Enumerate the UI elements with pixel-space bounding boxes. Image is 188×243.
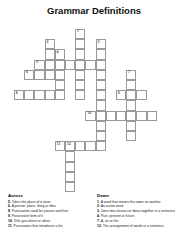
down-clue: 12. The arrangement of words in a senten… <box>97 224 185 228</box>
grid-cell[interactable] <box>126 90 136 100</box>
grid-cell[interactable] <box>55 70 65 80</box>
grid-cell[interactable] <box>75 90 85 100</box>
across-clue: 10. Tells you where or when <box>8 219 96 223</box>
grid-cell[interactable] <box>55 60 65 70</box>
grid-cell[interactable]: 4 <box>55 49 65 59</box>
across-clue: 6. A person, place, thing or idea <box>8 204 96 208</box>
down-clue-list: 1. A word that means the same as another… <box>97 200 185 228</box>
grid-cell[interactable] <box>75 49 85 59</box>
down-clue: 4. Past, present or future <box>97 214 185 218</box>
grid-cell[interactable] <box>75 80 85 90</box>
across-header: Across <box>8 193 96 199</box>
grid-cell[interactable]: 12 <box>65 141 75 151</box>
grid-cell[interactable]: 2 <box>45 39 55 49</box>
clue-list-number: 8. <box>8 209 12 213</box>
grid-cell[interactable] <box>96 121 106 131</box>
grid-cell[interactable] <box>126 100 136 110</box>
grid-cell[interactable] <box>116 111 126 121</box>
grid-cell[interactable] <box>55 90 65 100</box>
grid-cell[interactable] <box>96 60 106 70</box>
clue-number: 5 <box>36 61 38 65</box>
clue-number: 11 <box>57 143 61 147</box>
grid-cell[interactable] <box>75 60 85 70</box>
grid-cell[interactable] <box>96 80 106 90</box>
clue-list-number: 5. <box>8 200 12 204</box>
down-clue: 2. An action word <box>97 204 185 208</box>
clue-list-number: 6. <box>8 204 12 208</box>
grid-cell[interactable] <box>75 70 85 80</box>
grid-cell[interactable] <box>65 151 75 161</box>
grid-cell[interactable] <box>34 70 44 80</box>
down-clue: 7. A, an or the <box>97 219 185 223</box>
clue-number: 1 <box>77 30 79 34</box>
down-clue: 3. Joins two clauses or ideas together i… <box>97 209 185 213</box>
grid-cell[interactable] <box>65 172 75 182</box>
clue-list-number: 9. <box>8 214 12 218</box>
clue-number: 7 <box>128 71 130 75</box>
grid-cell[interactable] <box>96 49 106 59</box>
grid-cell[interactable]: 6 <box>24 70 34 80</box>
grid-cell[interactable] <box>126 80 136 90</box>
grid-cell[interactable] <box>96 100 106 110</box>
across-clue: 9. Possessive form of it <box>8 214 96 218</box>
grid-cell[interactable] <box>45 90 55 100</box>
across-clue: 5. Takes the place of a noun <box>8 200 96 204</box>
grid-cell[interactable] <box>136 111 146 121</box>
across-clue: 11. Punctuation that introduces a list <box>8 224 96 228</box>
grid-cell[interactable]: 3 <box>96 39 106 49</box>
grid-cell[interactable]: 11 <box>55 141 65 151</box>
clue-list-number: 12. <box>97 224 103 228</box>
grid-cell[interactable] <box>85 60 95 70</box>
grid-cell[interactable] <box>96 90 106 100</box>
clue-number: 12 <box>67 143 71 147</box>
grid-cell[interactable] <box>106 111 116 121</box>
grid-cell[interactable]: 9 <box>116 90 126 100</box>
grid-cell[interactable] <box>24 90 34 100</box>
crossword-page: { "title": "Grammar Definitions", "game"… <box>0 0 188 243</box>
clue-number: 2 <box>46 41 48 45</box>
clue-list-number: 11. <box>8 224 13 228</box>
clue-number: 10 <box>87 112 91 116</box>
down-clue: 1. A word that means the same as another <box>97 200 185 204</box>
grid-cell[interactable] <box>85 141 95 151</box>
grid-cell[interactable]: 5 <box>34 60 44 70</box>
grid-cell[interactable] <box>45 70 55 80</box>
across-clue: 8. Punctuation used for pauses and lists <box>8 209 96 213</box>
grid-cell[interactable] <box>126 111 136 121</box>
clue-number: 6 <box>26 71 28 75</box>
down-clues: Down 1. A word that means the same as an… <box>97 193 185 229</box>
grid-cell[interactable] <box>75 141 85 151</box>
grid-cell[interactable]: 7 <box>126 70 136 80</box>
across-clue-list: 5. Takes the place of a noun6. A person,… <box>8 200 96 228</box>
grid-cell[interactable] <box>96 70 106 80</box>
clue-list-number: 10. <box>8 219 14 223</box>
grid-cell[interactable] <box>96 141 106 151</box>
grid-cell[interactable] <box>96 111 106 121</box>
clue-number: 4 <box>57 51 59 55</box>
grid-cell[interactable] <box>45 49 55 59</box>
grid-cell[interactable] <box>65 182 75 192</box>
grid-cell[interactable] <box>96 131 106 141</box>
grid-cell[interactable]: 10 <box>85 111 95 121</box>
grid-cell[interactable] <box>65 60 75 70</box>
clue-list-number: 1. <box>97 200 101 204</box>
grid-cell[interactable] <box>126 121 136 131</box>
grid-cell[interactable] <box>55 80 65 90</box>
grid-cell[interactable] <box>136 90 146 100</box>
grid-cell[interactable] <box>34 90 44 100</box>
grid-cell[interactable] <box>65 162 75 172</box>
clue-list-number: 2. <box>97 204 101 208</box>
grid-cell[interactable]: 8 <box>14 90 24 100</box>
grid-cell[interactable] <box>147 111 157 121</box>
clue-list-number: 4. <box>97 214 101 218</box>
clue-list-number: 3. <box>97 209 101 213</box>
clue-number: 8 <box>16 92 18 96</box>
clue-list-number: 7. <box>97 219 101 223</box>
across-clues: Across 5. Takes the place of a noun6. A … <box>8 193 96 229</box>
grid-cell[interactable] <box>75 39 85 49</box>
grid-cell[interactable] <box>45 60 55 70</box>
down-header: Down <box>97 193 185 199</box>
grid-cell[interactable]: 1 <box>75 29 85 39</box>
clue-number: 9 <box>118 92 120 96</box>
clue-number: 3 <box>97 41 99 45</box>
grid-cell[interactable] <box>126 131 136 141</box>
